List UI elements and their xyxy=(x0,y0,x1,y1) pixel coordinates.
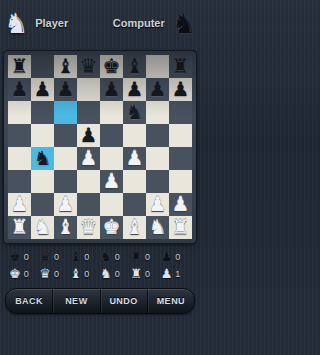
menu-button[interactable]: MENU xyxy=(147,289,194,313)
square-c7[interactable]: ♟ xyxy=(54,78,77,101)
piece-black-bishop[interactable]: ♝ xyxy=(126,55,144,78)
piece-white-knight[interactable]: ♞ xyxy=(149,216,167,239)
piece-black-pawn[interactable]: ♟ xyxy=(34,78,52,101)
square-c4[interactable] xyxy=(54,147,77,170)
player-white-label: Player xyxy=(35,17,68,29)
square-d5[interactable]: ♟ xyxy=(77,124,100,147)
black-bishop-icon: ♝ xyxy=(70,249,82,264)
piece-black-pawn[interactable]: ♟ xyxy=(80,124,98,147)
square-f5[interactable] xyxy=(123,124,146,147)
player-black-label: Computer xyxy=(113,17,165,29)
square-e5[interactable] xyxy=(100,124,123,147)
square-g3[interactable] xyxy=(146,170,169,193)
captured-white-queen: ♛0 xyxy=(39,266,69,281)
white-bishop-icon: ♝ xyxy=(70,266,82,281)
square-f8[interactable]: ♝ xyxy=(123,55,146,78)
knight-black-icon: ♞ xyxy=(172,10,196,37)
square-g1[interactable]: ♞ xyxy=(146,216,169,239)
square-h7[interactable]: ♟ xyxy=(169,78,192,101)
square-e6[interactable] xyxy=(100,101,123,124)
captured-white-pawn-count: 1 xyxy=(175,269,180,279)
piece-white-pawn[interactable]: ♟ xyxy=(57,193,75,216)
square-h1[interactable]: ♜ xyxy=(169,216,192,239)
white-king-icon: ♚ xyxy=(9,266,21,281)
square-h3[interactable] xyxy=(169,170,192,193)
captured-black-bishop-count: 0 xyxy=(84,252,89,262)
white-knight-icon: ♞ xyxy=(100,266,112,281)
piece-black-knight[interactable]: ♞ xyxy=(34,147,52,170)
captured-white-row: ♚0♛0♝0♞0♜0♟1 xyxy=(9,266,191,281)
piece-black-pawn[interactable]: ♟ xyxy=(103,78,121,101)
square-b8[interactable] xyxy=(31,55,54,78)
square-f2[interactable] xyxy=(123,193,146,216)
square-b6[interactable] xyxy=(31,101,54,124)
bottom-button-bar: BACK NEW UNDO MENU xyxy=(5,288,195,314)
captured-black-rook-count: 0 xyxy=(145,252,150,262)
black-pawn-icon: ♟ xyxy=(161,249,173,264)
square-g2[interactable]: ♟ xyxy=(146,193,169,216)
white-rook-icon: ♜ xyxy=(130,266,142,281)
captured-black-king-count: 0 xyxy=(24,252,29,262)
captured-white-rook: ♜0 xyxy=(130,266,160,281)
square-e3[interactable]: ♟ xyxy=(100,170,123,193)
square-e8[interactable]: ♚ xyxy=(100,55,123,78)
captured-white-knight: ♞0 xyxy=(100,266,130,281)
header-bar: ♞ Player Computer ♞ xyxy=(0,0,200,46)
captured-pieces-panel: ♚0♛0♝0♞0♜0♟0 ♚0♛0♝0♞0♜0♟1 xyxy=(9,249,191,281)
new-button[interactable]: NEW xyxy=(52,289,99,313)
piece-white-pawn[interactable]: ♟ xyxy=(149,193,167,216)
square-f4[interactable]: ♟ xyxy=(123,147,146,170)
square-b1[interactable]: ♞ xyxy=(31,216,54,239)
square-g5[interactable] xyxy=(146,124,169,147)
captured-white-queen-count: 0 xyxy=(54,269,59,279)
square-d2[interactable] xyxy=(77,193,100,216)
square-e7[interactable]: ♟ xyxy=(100,78,123,101)
square-e4[interactable] xyxy=(100,147,123,170)
square-h2[interactable]: ♟ xyxy=(169,193,192,216)
back-button[interactable]: BACK xyxy=(6,289,52,313)
knight-white-icon: ♞ xyxy=(4,10,28,37)
captured-black-pawn: ♟0 xyxy=(161,249,191,264)
piece-white-pawn[interactable]: ♟ xyxy=(80,147,98,170)
piece-white-pawn[interactable]: ♟ xyxy=(103,170,121,193)
square-h8[interactable]: ♜ xyxy=(169,55,192,78)
black-queen-icon: ♛ xyxy=(39,249,51,264)
square-d8[interactable]: ♛ xyxy=(77,55,100,78)
captured-black-row: ♚0♛0♝0♞0♜0♟0 xyxy=(9,249,191,264)
piece-black-pawn[interactable]: ♟ xyxy=(172,78,190,101)
piece-white-queen[interactable]: ♛ xyxy=(80,216,98,239)
square-e1[interactable]: ♚ xyxy=(100,216,123,239)
player-black-group: Computer ♞ xyxy=(113,10,196,37)
square-a5[interactable] xyxy=(8,124,31,147)
piece-white-knight[interactable]: ♞ xyxy=(34,216,52,239)
square-g7[interactable]: ♟ xyxy=(146,78,169,101)
square-h4[interactable] xyxy=(169,147,192,170)
square-a6[interactable] xyxy=(8,101,31,124)
square-g8[interactable] xyxy=(146,55,169,78)
square-b7[interactable]: ♟ xyxy=(31,78,54,101)
piece-black-pawn[interactable]: ♟ xyxy=(11,78,29,101)
piece-black-pawn[interactable]: ♟ xyxy=(149,78,167,101)
chess-board[interactable]: ♜♝♛♚♝♜♟♟♟♟♟♟♟♞♟♞♟♟♟♟♟♟♟♜♞♝♛♚♝♞♜ xyxy=(8,55,192,239)
captured-white-pawn: ♟1 xyxy=(161,266,191,281)
captured-black-queen-count: 0 xyxy=(54,252,59,262)
captured-white-knight-count: 0 xyxy=(115,269,120,279)
piece-black-pawn[interactable]: ♟ xyxy=(126,78,144,101)
player-white-group: ♞ Player xyxy=(4,10,68,37)
square-c2[interactable]: ♟ xyxy=(54,193,77,216)
square-a3[interactable] xyxy=(8,170,31,193)
square-f7[interactable]: ♟ xyxy=(123,78,146,101)
captured-white-king: ♚0 xyxy=(9,266,39,281)
square-c1[interactable]: ♝ xyxy=(54,216,77,239)
square-b5[interactable] xyxy=(31,124,54,147)
square-a2[interactable]: ♟ xyxy=(8,193,31,216)
captured-white-bishop: ♝0 xyxy=(70,266,100,281)
undo-button[interactable]: UNDO xyxy=(100,289,147,313)
square-c5[interactable] xyxy=(54,124,77,147)
square-d3[interactable] xyxy=(77,170,100,193)
square-a7[interactable]: ♟ xyxy=(8,78,31,101)
piece-black-queen[interactable]: ♛ xyxy=(80,55,98,78)
piece-black-rook[interactable]: ♜ xyxy=(11,55,29,78)
square-h5[interactable] xyxy=(169,124,192,147)
black-rook-icon: ♜ xyxy=(130,249,142,264)
square-b2[interactable] xyxy=(31,193,54,216)
square-g4[interactable] xyxy=(146,147,169,170)
captured-white-bishop-count: 0 xyxy=(84,269,89,279)
black-knight-icon: ♞ xyxy=(100,249,112,264)
square-e2[interactable] xyxy=(100,193,123,216)
piece-black-rook[interactable]: ♜ xyxy=(172,55,190,78)
piece-white-pawn[interactable]: ♟ xyxy=(11,193,29,216)
square-d6[interactable] xyxy=(77,101,100,124)
square-a8[interactable]: ♜ xyxy=(8,55,31,78)
piece-black-knight[interactable]: ♞ xyxy=(126,101,144,124)
piece-white-bishop[interactable]: ♝ xyxy=(126,216,144,239)
captured-black-queen: ♛0 xyxy=(39,249,69,264)
captured-black-bishop: ♝0 xyxy=(70,249,100,264)
captured-black-pawn-count: 0 xyxy=(175,252,180,262)
piece-white-pawn[interactable]: ♟ xyxy=(172,193,190,216)
piece-black-bishop[interactable]: ♝ xyxy=(57,55,75,78)
square-f1[interactable]: ♝ xyxy=(123,216,146,239)
piece-black-pawn[interactable]: ♟ xyxy=(57,78,75,101)
square-a4[interactable] xyxy=(8,147,31,170)
captured-white-king-count: 0 xyxy=(24,269,29,279)
chess-board-frame: ♜♝♛♚♝♜♟♟♟♟♟♟♟♞♟♞♟♟♟♟♟♟♟♜♞♝♛♚♝♞♜ xyxy=(4,51,196,243)
square-b3[interactable] xyxy=(31,170,54,193)
square-f6[interactable]: ♞ xyxy=(123,101,146,124)
square-h6[interactable] xyxy=(169,101,192,124)
captured-black-king: ♚0 xyxy=(9,249,39,264)
square-a1[interactable]: ♜ xyxy=(8,216,31,239)
white-pawn-icon: ♟ xyxy=(161,266,173,281)
square-g6[interactable] xyxy=(146,101,169,124)
square-c8[interactable]: ♝ xyxy=(54,55,77,78)
captured-black-rook: ♜0 xyxy=(130,249,160,264)
black-king-icon: ♚ xyxy=(9,249,21,264)
square-d1[interactable]: ♛ xyxy=(77,216,100,239)
captured-white-rook-count: 0 xyxy=(145,269,150,279)
piece-white-rook[interactable]: ♜ xyxy=(172,216,190,239)
square-b4[interactable]: ♞ xyxy=(31,147,54,170)
square-c6[interactable] xyxy=(54,101,77,124)
captured-black-knight-count: 0 xyxy=(115,252,120,262)
captured-black-knight: ♞0 xyxy=(100,249,130,264)
piece-white-bishop[interactable]: ♝ xyxy=(57,216,75,239)
square-f3[interactable] xyxy=(123,170,146,193)
piece-white-king[interactable]: ♚ xyxy=(103,216,121,239)
piece-white-pawn[interactable]: ♟ xyxy=(126,147,144,170)
piece-white-rook[interactable]: ♜ xyxy=(11,216,29,239)
piece-black-king[interactable]: ♚ xyxy=(103,55,121,78)
white-queen-icon: ♛ xyxy=(39,266,51,281)
square-c3[interactable] xyxy=(54,170,77,193)
square-d7[interactable] xyxy=(77,78,100,101)
square-d4[interactable]: ♟ xyxy=(77,147,100,170)
